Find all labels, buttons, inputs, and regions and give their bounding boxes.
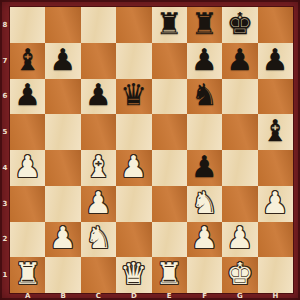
file-label: G (222, 293, 257, 300)
square-c1[interactable] (81, 257, 116, 293)
piece-white-rook[interactable]: ♜ (156, 259, 183, 289)
square-c5[interactable] (81, 114, 116, 150)
square-f8[interactable]: ♜ (187, 7, 222, 43)
file-label: C (81, 293, 116, 300)
piece-black-rook[interactable]: ♜ (191, 9, 218, 39)
piece-black-rook[interactable]: ♜ (156, 9, 183, 39)
piece-white-pawn[interactable]: ♟ (262, 188, 289, 218)
piece-black-bishop[interactable]: ♝ (262, 116, 289, 146)
square-a5[interactable] (10, 114, 45, 150)
square-e2[interactable] (152, 222, 187, 258)
square-f3[interactable]: ♞ (187, 186, 222, 222)
rank-label: 8 (0, 7, 10, 43)
square-c4[interactable]: ♝ (81, 150, 116, 186)
piece-white-pawn[interactable]: ♟ (85, 188, 112, 218)
square-e8[interactable]: ♜ (152, 7, 187, 43)
square-a7[interactable]: ♝ (10, 43, 45, 79)
square-a2[interactable] (10, 222, 45, 258)
square-f7[interactable]: ♟ (187, 43, 222, 79)
piece-black-bishop[interactable]: ♝ (14, 45, 41, 75)
square-e1[interactable]: ♜ (152, 257, 187, 293)
square-d7[interactable] (116, 43, 151, 79)
piece-black-queen[interactable]: ♛ (120, 80, 147, 110)
square-b8[interactable] (45, 7, 80, 43)
square-b6[interactable] (45, 79, 80, 115)
piece-white-pawn[interactable]: ♟ (50, 223, 77, 253)
square-d6[interactable]: ♛ (116, 79, 151, 115)
file-label: H (258, 293, 293, 300)
rank-label: 2 (0, 222, 10, 258)
square-e6[interactable] (152, 79, 187, 115)
square-h6[interactable] (258, 79, 293, 115)
square-e4[interactable] (152, 150, 187, 186)
rank-label: 7 (0, 43, 10, 79)
square-f4[interactable]: ♟ (187, 150, 222, 186)
square-b3[interactable] (45, 186, 80, 222)
square-d4[interactable]: ♟ (116, 150, 151, 186)
square-g2[interactable]: ♟ (222, 222, 257, 258)
file-label: F (187, 293, 222, 300)
square-g8[interactable]: ♚ (222, 7, 257, 43)
square-f2[interactable]: ♟ (187, 222, 222, 258)
file-labels: ABCDEFGH (10, 293, 293, 300)
square-h2[interactable] (258, 222, 293, 258)
square-c8[interactable] (81, 7, 116, 43)
square-h7[interactable]: ♟ (258, 43, 293, 79)
square-b2[interactable]: ♟ (45, 222, 80, 258)
piece-black-pawn[interactable]: ♟ (14, 80, 41, 110)
rank-label: 4 (0, 150, 10, 186)
square-d5[interactable] (116, 114, 151, 150)
square-g7[interactable]: ♟ (222, 43, 257, 79)
square-a6[interactable]: ♟ (10, 79, 45, 115)
rank-label: 5 (0, 114, 10, 150)
piece-white-knight[interactable]: ♞ (85, 223, 112, 253)
square-b5[interactable] (45, 114, 80, 150)
square-f5[interactable] (187, 114, 222, 150)
piece-black-pawn[interactable]: ♟ (226, 45, 253, 75)
piece-white-rook[interactable]: ♜ (14, 259, 41, 289)
square-g1[interactable]: ♚ (222, 257, 257, 293)
rank-label: 6 (0, 79, 10, 115)
square-e7[interactable] (152, 43, 187, 79)
piece-black-pawn[interactable]: ♟ (191, 152, 218, 182)
piece-black-knight[interactable]: ♞ (191, 80, 218, 110)
square-b1[interactable] (45, 257, 80, 293)
square-g6[interactable] (222, 79, 257, 115)
square-a8[interactable] (10, 7, 45, 43)
file-label: A (10, 293, 45, 300)
square-b7[interactable]: ♟ (45, 43, 80, 79)
square-f6[interactable]: ♞ (187, 79, 222, 115)
square-h3[interactable]: ♟ (258, 186, 293, 222)
square-h4[interactable] (258, 150, 293, 186)
piece-black-pawn[interactable]: ♟ (191, 45, 218, 75)
square-f1[interactable] (187, 257, 222, 293)
square-e3[interactable] (152, 186, 187, 222)
square-d8[interactable] (116, 7, 151, 43)
file-label: E (152, 293, 187, 300)
square-d2[interactable] (116, 222, 151, 258)
square-h1[interactable] (258, 257, 293, 293)
piece-white-pawn[interactable]: ♟ (191, 223, 218, 253)
piece-white-king[interactable]: ♚ (226, 259, 253, 289)
rank-label: 3 (0, 186, 10, 222)
file-label: B (45, 293, 80, 300)
square-g3[interactable] (222, 186, 257, 222)
square-c7[interactable] (81, 43, 116, 79)
square-h5[interactable]: ♝ (258, 114, 293, 150)
piece-white-knight[interactable]: ♞ (191, 188, 218, 218)
piece-white-queen[interactable]: ♛ (120, 259, 147, 289)
rank-label: 1 (0, 257, 10, 293)
square-g5[interactable] (222, 114, 257, 150)
square-d1[interactable]: ♛ (116, 257, 151, 293)
piece-black-pawn[interactable]: ♟ (50, 45, 77, 75)
square-a1[interactable]: ♜ (10, 257, 45, 293)
piece-black-pawn[interactable]: ♟ (262, 45, 289, 75)
square-e5[interactable] (152, 114, 187, 150)
square-d3[interactable] (116, 186, 151, 222)
chess-board[interactable]: ♜♜♚♝♟♟♟♟♟♟♛♞♝♟♝♟♟♟♞♟♟♞♟♟♜♛♜♚ (10, 7, 293, 293)
rank-labels: 87654321 (0, 7, 10, 293)
piece-white-pawn[interactable]: ♟ (226, 223, 253, 253)
square-c2[interactable]: ♞ (81, 222, 116, 258)
piece-black-pawn[interactable]: ♟ (85, 80, 112, 110)
piece-white-pawn[interactable]: ♟ (14, 152, 41, 182)
square-c6[interactable]: ♟ (81, 79, 116, 115)
piece-black-king[interactable]: ♚ (226, 9, 253, 39)
square-c3[interactable]: ♟ (81, 186, 116, 222)
square-b4[interactable] (45, 150, 80, 186)
square-a4[interactable]: ♟ (10, 150, 45, 186)
chess-diagram: 87654321 ♜♜♚♝♟♟♟♟♟♟♛♞♝♟♝♟♟♟♞♟♟♞♟♟♜♛♜♚ AB… (0, 0, 300, 300)
square-g4[interactable] (222, 150, 257, 186)
square-a3[interactable] (10, 186, 45, 222)
piece-white-pawn[interactable]: ♟ (120, 152, 147, 182)
square-h8[interactable] (258, 7, 293, 43)
piece-white-bishop[interactable]: ♝ (85, 152, 112, 182)
file-label: D (116, 293, 151, 300)
